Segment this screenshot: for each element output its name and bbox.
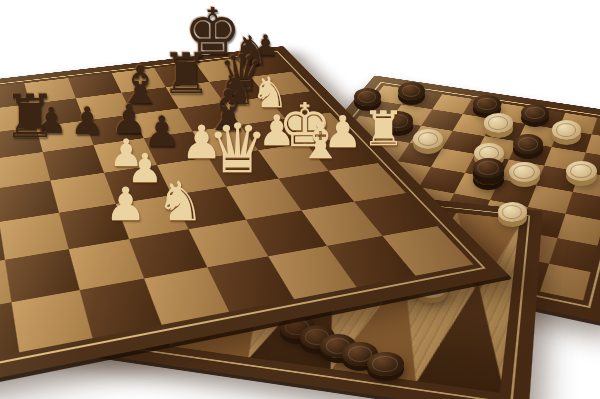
checkers-checker-light[interactable]: [552, 120, 581, 139]
checkers-checker-dark[interactable]: [473, 95, 501, 113]
checkers-checker-dark[interactable]: [473, 158, 504, 178]
chess-piece-light-queen[interactable]: ♛: [207, 115, 268, 183]
game-set-photo-stage: ♜♟♟♟♝♜♚♞♛♟♞♝♟♟♟♟♞♟♛♞♟♚♝♟♜: [0, 0, 600, 399]
backgammon-checker-dark[interactable]: [367, 352, 404, 376]
chess-piece-light-rook[interactable]: ♜: [362, 104, 405, 152]
backgammon-checker-light[interactable]: [498, 202, 527, 221]
chess-piece-light-bishop[interactable]: ♝: [298, 116, 343, 166]
checkers-checker-light[interactable]: [566, 161, 597, 181]
chess-square[interactable]: [11, 290, 92, 352]
checkers-checker-dark[interactable]: [398, 82, 425, 100]
chess-piece-dark-rook[interactable]: ♜: [3, 86, 57, 146]
checkers-checker-dark[interactable]: [521, 104, 549, 122]
checkers-checker-light[interactable]: [509, 162, 540, 182]
chess-piece-dark-pawn[interactable]: ♟: [70, 102, 104, 140]
checkers-checker-light[interactable]: [413, 129, 443, 149]
checkers-checker-light[interactable]: [484, 113, 513, 132]
chess-piece-light-pawn[interactable]: ♟: [105, 181, 146, 227]
chess-piece-light-knight[interactable]: ♞: [156, 175, 204, 229]
checkers-checker-dark[interactable]: [513, 134, 543, 154]
